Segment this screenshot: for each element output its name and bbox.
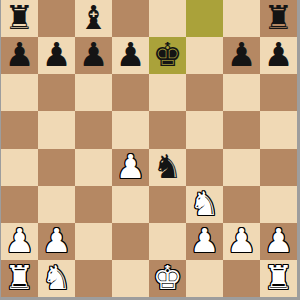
piece-white-pawn[interactable]: ♟ — [190, 224, 220, 257]
piece-black-rook[interactable]: ♜ — [5, 1, 35, 34]
square-b4[interactable] — [38, 149, 75, 186]
square-h1[interactable]: ♜ — [260, 260, 297, 297]
square-c7[interactable]: ♟ — [75, 37, 112, 74]
square-h6[interactable] — [260, 74, 297, 111]
square-g3[interactable] — [223, 186, 260, 223]
chess-app-screen: ♜♝♜♟♟♟♟♚♟♟♟♞♞♟♟♟♟♟♜♞♚♜ — [0, 0, 300, 300]
square-d5[interactable] — [112, 111, 149, 148]
square-f5[interactable] — [186, 111, 223, 148]
piece-black-pawn[interactable]: ♟ — [42, 38, 72, 71]
square-f8[interactable] — [186, 0, 223, 37]
square-c3[interactable] — [75, 186, 112, 223]
square-b3[interactable] — [38, 186, 75, 223]
square-a4[interactable] — [1, 149, 38, 186]
square-d6[interactable] — [112, 74, 149, 111]
square-d2[interactable] — [112, 223, 149, 260]
square-a3[interactable] — [1, 186, 38, 223]
square-b5[interactable] — [38, 111, 75, 148]
square-g4[interactable] — [223, 149, 260, 186]
piece-white-pawn[interactable]: ♟ — [116, 150, 146, 183]
piece-black-rook[interactable]: ♜ — [264, 1, 294, 34]
piece-white-knight[interactable]: ♞ — [190, 187, 220, 220]
piece-white-pawn[interactable]: ♟ — [227, 224, 257, 257]
square-c5[interactable] — [75, 111, 112, 148]
square-a6[interactable] — [1, 74, 38, 111]
piece-black-pawn[interactable]: ♟ — [79, 38, 109, 71]
square-a2[interactable]: ♟ — [1, 223, 38, 260]
square-c4[interactable] — [75, 149, 112, 186]
piece-black-pawn[interactable]: ♟ — [264, 38, 294, 71]
square-d3[interactable] — [112, 186, 149, 223]
square-h4[interactable] — [260, 149, 297, 186]
square-g8[interactable] — [223, 0, 260, 37]
square-b2[interactable]: ♟ — [38, 223, 75, 260]
square-a1[interactable]: ♜ — [1, 260, 38, 297]
square-g1[interactable] — [223, 260, 260, 297]
square-b8[interactable] — [38, 0, 75, 37]
piece-black-knight[interactable]: ♞ — [153, 150, 183, 183]
square-h2[interactable]: ♟ — [260, 223, 297, 260]
square-h3[interactable] — [260, 186, 297, 223]
square-g5[interactable] — [223, 111, 260, 148]
square-e1[interactable]: ♚ — [149, 260, 186, 297]
square-a7[interactable]: ♟ — [1, 37, 38, 74]
square-h8[interactable]: ♜ — [260, 0, 297, 37]
square-h7[interactable]: ♟ — [260, 37, 297, 74]
square-f3[interactable]: ♞ — [186, 186, 223, 223]
square-f2[interactable]: ♟ — [186, 223, 223, 260]
piece-black-pawn[interactable]: ♟ — [227, 38, 257, 71]
square-c6[interactable] — [75, 74, 112, 111]
square-g6[interactable] — [223, 74, 260, 111]
square-f1[interactable] — [186, 260, 223, 297]
piece-white-knight[interactable]: ♞ — [42, 261, 72, 294]
square-d8[interactable] — [112, 0, 149, 37]
square-f6[interactable] — [186, 74, 223, 111]
square-a5[interactable] — [1, 111, 38, 148]
square-f4[interactable] — [186, 149, 223, 186]
square-e8[interactable] — [149, 0, 186, 37]
square-e5[interactable] — [149, 111, 186, 148]
square-f7[interactable] — [186, 37, 223, 74]
square-b6[interactable] — [38, 74, 75, 111]
square-g2[interactable]: ♟ — [223, 223, 260, 260]
square-e3[interactable] — [149, 186, 186, 223]
square-g7[interactable]: ♟ — [223, 37, 260, 74]
piece-black-king[interactable]: ♚ — [153, 38, 183, 71]
piece-black-pawn[interactable]: ♟ — [116, 38, 146, 71]
piece-white-pawn[interactable]: ♟ — [264, 224, 294, 257]
square-a8[interactable]: ♜ — [1, 0, 38, 37]
square-e7[interactable]: ♚ — [149, 37, 186, 74]
square-e6[interactable] — [149, 74, 186, 111]
square-b7[interactable]: ♟ — [38, 37, 75, 74]
piece-white-rook[interactable]: ♜ — [264, 261, 294, 294]
piece-white-pawn[interactable]: ♟ — [5, 224, 35, 257]
piece-black-pawn[interactable]: ♟ — [5, 38, 35, 71]
square-e4[interactable]: ♞ — [149, 149, 186, 186]
square-b1[interactable]: ♞ — [38, 260, 75, 297]
square-d4[interactable]: ♟ — [112, 149, 149, 186]
chess-board: ♜♝♜♟♟♟♟♚♟♟♟♞♞♟♟♟♟♟♜♞♚♜ — [1, 0, 297, 297]
piece-white-rook[interactable]: ♜ — [5, 261, 35, 294]
square-c1[interactable] — [75, 260, 112, 297]
square-c2[interactable] — [75, 223, 112, 260]
square-e2[interactable] — [149, 223, 186, 260]
piece-black-bishop[interactable]: ♝ — [79, 1, 109, 34]
square-d7[interactable]: ♟ — [112, 37, 149, 74]
piece-white-pawn[interactable]: ♟ — [42, 224, 72, 257]
square-d1[interactable] — [112, 260, 149, 297]
piece-white-king[interactable]: ♚ — [153, 261, 183, 294]
square-c8[interactable]: ♝ — [75, 0, 112, 37]
square-h5[interactable] — [260, 111, 297, 148]
